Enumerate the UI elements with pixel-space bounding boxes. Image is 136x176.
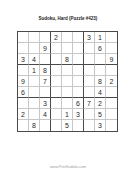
- cell-r3c9: 9: [106, 54, 117, 65]
- cell-r3c2: 4: [29, 54, 40, 65]
- cell-r9c4: [51, 120, 62, 131]
- cell-r2c3: 9: [40, 43, 51, 54]
- cell-r5c6: [73, 76, 84, 87]
- cell-r7c9: [106, 98, 117, 109]
- cell-r3c4: [51, 54, 62, 65]
- cell-r9c8: 3: [95, 120, 106, 131]
- cell-r4c8: [95, 65, 106, 76]
- sudoku-page: Sudoku, Hard (Puzzle #423) 2319634891897…: [0, 0, 136, 176]
- cell-r6c7: [84, 87, 95, 98]
- cell-r9c9: [106, 120, 117, 131]
- cell-r8c1: 2: [18, 109, 29, 120]
- sudoku-board: 23196348918978264367224135853: [17, 31, 118, 132]
- cell-r8c2: [29, 109, 40, 120]
- cell-r9c6: [73, 120, 84, 131]
- cell-r1c6: [73, 32, 84, 43]
- cell-r8c7: [84, 109, 95, 120]
- cell-r8c4: [51, 109, 62, 120]
- cell-r5c7: [84, 76, 95, 87]
- cell-r2c6: [73, 43, 84, 54]
- cell-r4c2: 1: [29, 65, 40, 76]
- cell-r2c8: 6: [95, 43, 106, 54]
- cell-r3c1: 3: [18, 54, 29, 65]
- cell-r5c2: [29, 76, 40, 87]
- cell-r4c3: 8: [40, 65, 51, 76]
- page-footer-wrap: www.PrintSudoku.com: [0, 160, 136, 171]
- cell-r6c3: [40, 87, 51, 98]
- cell-r9c7: [84, 120, 95, 131]
- cell-r5c8: 8: [95, 76, 106, 87]
- page-title: Sudoku, Hard (Puzzle #423): [39, 16, 98, 20]
- cell-r3c8: [95, 54, 106, 65]
- cell-r7c4: [51, 98, 62, 109]
- cell-r9c2: 8: [29, 120, 40, 131]
- cell-r2c4: [51, 43, 62, 54]
- cell-r3c3: [40, 54, 51, 65]
- cell-r8c9: [106, 109, 117, 120]
- cell-r1c7: 3: [84, 32, 95, 43]
- cell-r7c3: 3: [40, 98, 51, 109]
- cell-r5c3: 7: [40, 76, 51, 87]
- cell-r6c8: 4: [95, 87, 106, 98]
- footer-url: www.PrintSudoku.com: [50, 165, 86, 169]
- cell-r6c2: [29, 87, 40, 98]
- cell-r7c2: [29, 98, 40, 109]
- page-title-wrap: Sudoku, Hard (Puzzle #423): [0, 12, 136, 22]
- cell-r1c8: 1: [95, 32, 106, 43]
- cell-r4c5: [62, 65, 73, 76]
- cell-r8c5: 1: [62, 109, 73, 120]
- cell-r2c9: [106, 43, 117, 54]
- cell-r7c7: 7: [84, 98, 95, 109]
- cell-r6c6: [73, 87, 84, 98]
- cell-r8c8: 5: [95, 109, 106, 120]
- cell-r8c6: 3: [73, 109, 84, 120]
- cell-r1c5: [62, 32, 73, 43]
- cell-r4c7: [84, 65, 95, 76]
- cell-r1c4: 2: [51, 32, 62, 43]
- cell-r1c9: [106, 32, 117, 43]
- cell-r2c5: [62, 43, 73, 54]
- cell-r6c5: [62, 87, 73, 98]
- cell-r5c5: [62, 76, 73, 87]
- cell-r9c3: [40, 120, 51, 131]
- cell-r7c6: 6: [73, 98, 84, 109]
- cell-r5c9: 2: [106, 76, 117, 87]
- cell-r2c1: [18, 43, 29, 54]
- cell-r3c5: 8: [62, 54, 73, 65]
- cell-r8c3: 4: [40, 109, 51, 120]
- cell-r4c1: [18, 65, 29, 76]
- cell-r6c4: [51, 87, 62, 98]
- cell-r1c3: [40, 32, 51, 43]
- cell-r9c5: 5: [62, 120, 73, 131]
- cell-r1c2: [29, 32, 40, 43]
- cell-r9c1: [18, 120, 29, 131]
- cell-r7c8: 2: [95, 98, 106, 109]
- cell-r7c1: [18, 98, 29, 109]
- cell-r5c4: [51, 76, 62, 87]
- cell-r6c1: 6: [18, 87, 29, 98]
- cell-r4c4: [51, 65, 62, 76]
- cell-r5c1: 9: [18, 76, 29, 87]
- cell-r2c2: [29, 43, 40, 54]
- cell-r3c7: [84, 54, 95, 65]
- cell-r7c5: [62, 98, 73, 109]
- cell-r6c9: [106, 87, 117, 98]
- cell-r3c6: [73, 54, 84, 65]
- cell-r4c9: [106, 65, 117, 76]
- cell-r4c6: [73, 65, 84, 76]
- cell-r2c7: [84, 43, 95, 54]
- cell-r1c1: [18, 32, 29, 43]
